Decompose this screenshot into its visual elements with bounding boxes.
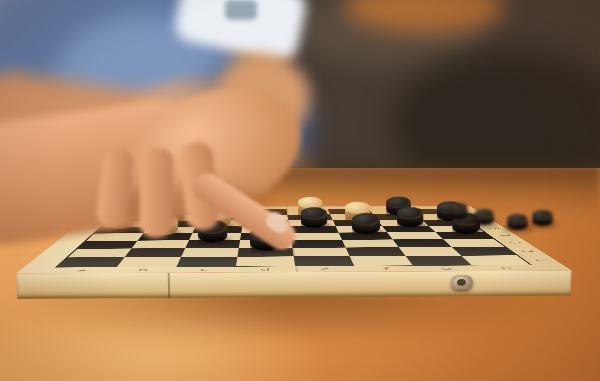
- hinge-seam: [168, 273, 171, 299]
- captured-black-piece-1[interactable]: [449, 203, 468, 221]
- photo-scene: abcdefgh 12345678: [0, 0, 600, 381]
- captured-black-piece-4[interactable]: [532, 210, 553, 228]
- board-perspective-wrap: abcdefgh 12345678: [0, 0, 600, 381]
- board-front-edge: [16, 271, 572, 299]
- captured-black-piece-2[interactable]: [474, 209, 494, 227]
- captured-black-piece-3[interactable]: [507, 214, 528, 232]
- metal-clasp-icon: [450, 275, 472, 290]
